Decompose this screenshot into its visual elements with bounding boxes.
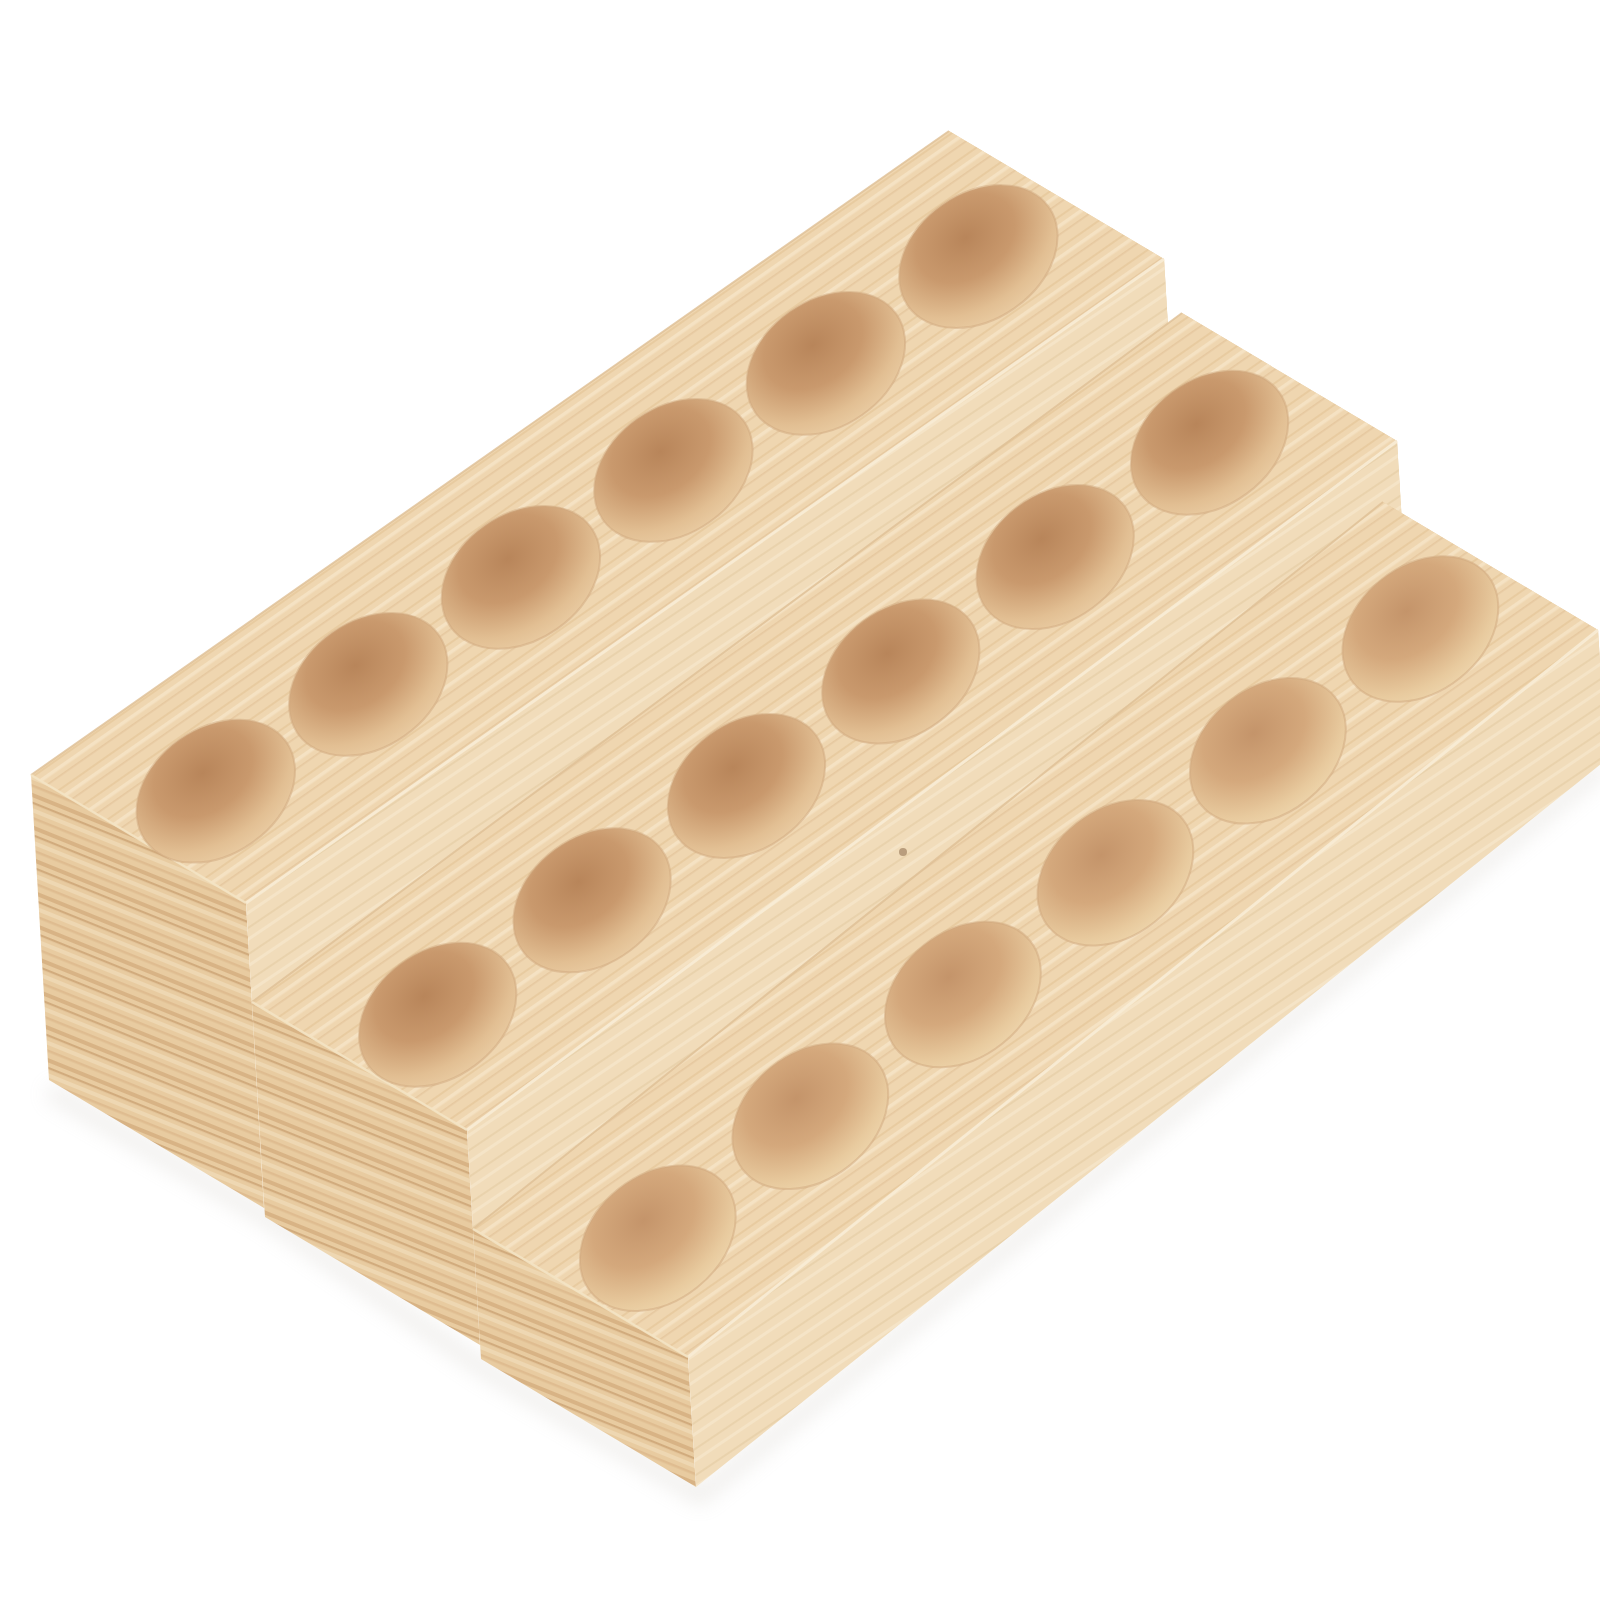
product-scene — [0, 0, 1600, 1600]
wood-knot — [899, 848, 907, 856]
